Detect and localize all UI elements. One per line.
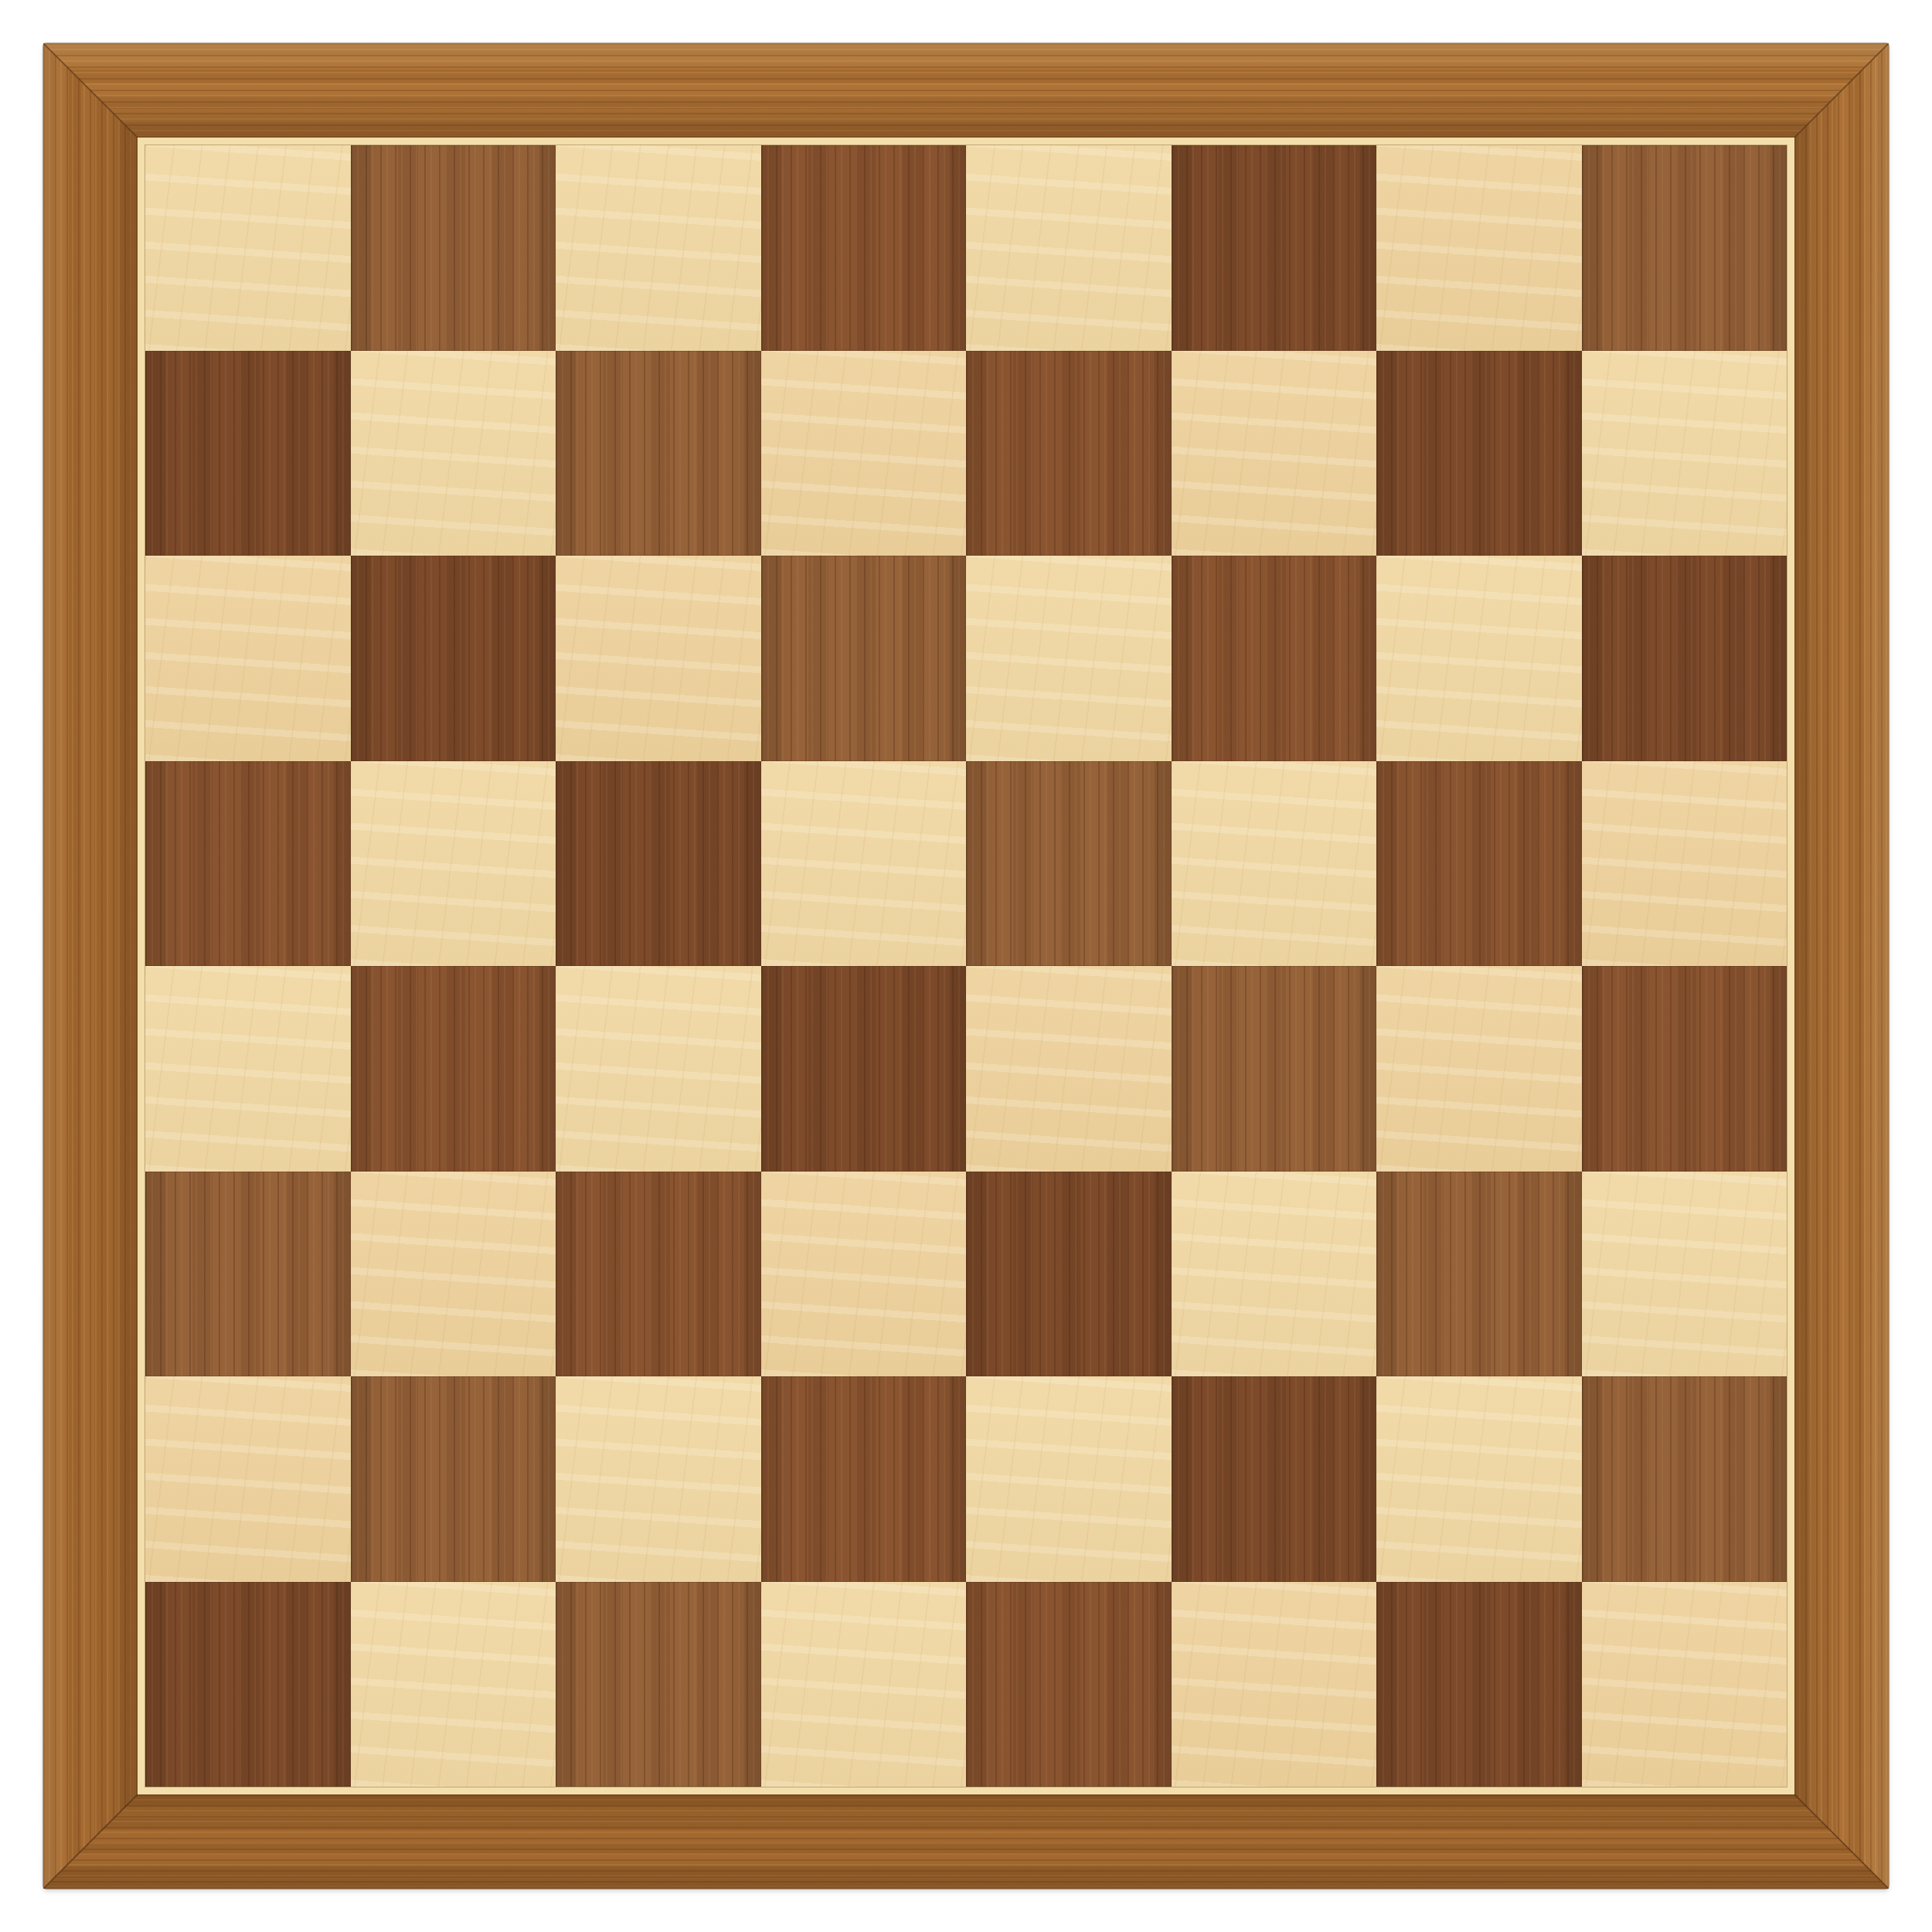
frame-miter-joint (43, 43, 138, 138)
square-e1[interactable] (966, 1582, 1172, 1787)
square-f8[interactable] (1172, 145, 1377, 351)
square-b8[interactable] (351, 145, 556, 351)
square-g3[interactable] (1376, 1172, 1582, 1377)
square-c3[interactable] (556, 1172, 761, 1377)
square-e8[interactable] (966, 145, 1172, 351)
square-a1[interactable] (145, 1582, 351, 1787)
playing-field (145, 145, 1787, 1787)
square-b6[interactable] (351, 556, 556, 761)
square-b1[interactable] (351, 1582, 556, 1787)
square-h6[interactable] (1582, 556, 1787, 761)
square-e2[interactable] (966, 1376, 1172, 1582)
square-c2[interactable] (556, 1376, 761, 1582)
square-f1[interactable] (1172, 1582, 1377, 1787)
square-b2[interactable] (351, 1376, 556, 1582)
square-a6[interactable] (145, 556, 351, 761)
square-b5[interactable] (351, 761, 556, 967)
square-a4[interactable] (145, 966, 351, 1172)
square-f3[interactable] (1172, 1172, 1377, 1377)
square-g6[interactable] (1376, 556, 1582, 761)
square-a3[interactable] (145, 1172, 351, 1377)
square-f6[interactable] (1172, 556, 1377, 761)
square-f2[interactable] (1172, 1376, 1377, 1582)
square-h8[interactable] (1582, 145, 1787, 351)
board-frame-left (43, 43, 138, 1889)
square-f7[interactable] (1172, 351, 1377, 556)
square-f5[interactable] (1172, 761, 1377, 967)
square-c6[interactable] (556, 556, 761, 761)
square-g7[interactable] (1376, 351, 1582, 556)
square-d5[interactable] (761, 761, 967, 967)
square-d1[interactable] (761, 1582, 967, 1787)
square-d8[interactable] (761, 145, 967, 351)
square-a2[interactable] (145, 1376, 351, 1582)
square-c8[interactable] (556, 145, 761, 351)
square-d4[interactable] (761, 966, 967, 1172)
chess-board (43, 43, 1889, 1889)
square-h3[interactable] (1582, 1172, 1787, 1377)
square-h1[interactable] (1582, 1582, 1787, 1787)
square-c7[interactable] (556, 351, 761, 556)
square-g4[interactable] (1376, 966, 1582, 1172)
square-a7[interactable] (145, 351, 351, 556)
board-frame-right (1794, 43, 1889, 1889)
square-c4[interactable] (556, 966, 761, 1172)
board-frame-bottom (43, 1794, 1889, 1889)
square-g2[interactable] (1376, 1376, 1582, 1582)
product-photo-background (0, 0, 1932, 1932)
frame-miter-joint (1794, 43, 1889, 138)
square-d7[interactable] (761, 351, 967, 556)
square-e7[interactable] (966, 351, 1172, 556)
maple-inlay-border (138, 138, 1794, 1794)
square-a8[interactable] (145, 145, 351, 351)
square-g1[interactable] (1376, 1582, 1582, 1787)
square-b4[interactable] (351, 966, 556, 1172)
square-h4[interactable] (1582, 966, 1787, 1172)
square-b3[interactable] (351, 1172, 556, 1377)
frame-miter-joint (43, 1794, 138, 1889)
square-f4[interactable] (1172, 966, 1377, 1172)
square-g5[interactable] (1376, 761, 1582, 967)
frame-miter-joint (1794, 1794, 1889, 1889)
square-c5[interactable] (556, 761, 761, 967)
board-frame-top (43, 43, 1889, 138)
square-e6[interactable] (966, 556, 1172, 761)
square-e3[interactable] (966, 1172, 1172, 1377)
square-d6[interactable] (761, 556, 967, 761)
square-b7[interactable] (351, 351, 556, 556)
square-d2[interactable] (761, 1376, 967, 1582)
square-g8[interactable] (1376, 145, 1582, 351)
square-h2[interactable] (1582, 1376, 1787, 1582)
square-e5[interactable] (966, 761, 1172, 967)
square-a5[interactable] (145, 761, 351, 967)
square-c1[interactable] (556, 1582, 761, 1787)
square-d3[interactable] (761, 1172, 967, 1377)
square-h5[interactable] (1582, 761, 1787, 967)
square-h7[interactable] (1582, 351, 1787, 556)
square-e4[interactable] (966, 966, 1172, 1172)
